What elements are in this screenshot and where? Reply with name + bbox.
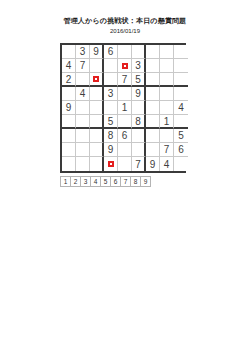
cell-r9c7[interactable]: 9 [146,157,160,171]
cell-r3c7[interactable] [146,73,160,87]
cell-r6c9[interactable] [174,115,188,129]
cell-r9c4[interactable] [104,157,118,171]
cell-r8c8[interactable]: 7 [160,143,174,157]
cell-r7c7[interactable] [146,129,160,143]
cell-r4c5[interactable] [118,87,132,101]
cell-r3c4[interactable] [104,73,118,87]
cell-r4c2[interactable]: 4 [76,87,90,101]
highlight-box [122,63,128,69]
cell-r9c2[interactable] [76,157,90,171]
cell-r2c8[interactable] [160,59,174,73]
cell-r3c2[interactable] [76,73,90,87]
cell-r5c5[interactable]: 1 [118,101,132,115]
cell-r8c7[interactable] [146,143,160,157]
cell-r6c1[interactable] [62,115,76,129]
cell-r6c5[interactable] [118,115,132,129]
page-title: 管理人からの挑戦状：本日の懸賞問題 [0,0,250,25]
cell-r1c4[interactable]: 6 [104,45,118,59]
cell-r6c6[interactable]: 8 [132,115,146,129]
cell-r3c9[interactable] [174,73,188,87]
sudoku-page: 管理人からの挑戦状：本日の懸賞問題 2016/01/19 39647327543… [0,0,250,353]
cell-r8c9[interactable]: 6 [174,143,188,157]
cell-r6c8[interactable]: 1 [160,115,174,129]
cell-r6c7[interactable] [146,115,160,129]
board-area: 396473275439914581865976794 123456789 [60,43,190,187]
cell-r8c3[interactable] [90,143,104,157]
cell-r4c1[interactable] [62,87,76,101]
cell-r1c3[interactable]: 9 [90,45,104,59]
cell-r2c1[interactable]: 4 [62,59,76,73]
cell-r4c6[interactable]: 9 [132,87,146,101]
cell-r1c9[interactable] [174,45,188,59]
puzzle-date: 2016/01/19 [0,27,250,35]
cell-r7c6[interactable] [132,129,146,143]
cell-r6c2[interactable] [76,115,90,129]
cell-r2c6[interactable]: 3 [132,59,146,73]
cell-r6c4[interactable]: 5 [104,115,118,129]
highlight-box [108,161,114,167]
cell-r8c1[interactable] [62,143,76,157]
cell-r7c9[interactable]: 5 [174,129,188,143]
digit-button-9[interactable]: 9 [140,176,151,187]
cell-r2c4[interactable] [104,59,118,73]
digit-strip: 123456789 [60,176,190,187]
cell-r7c1[interactable] [62,129,76,143]
cell-r2c7[interactable] [146,59,160,73]
cell-r3c5[interactable]: 7 [118,73,132,87]
cell-r1c8[interactable] [160,45,174,59]
cell-r9c9[interactable] [174,157,188,171]
cell-r4c9[interactable] [174,87,188,101]
cell-r3c1[interactable]: 2 [62,73,76,87]
cell-r9c3[interactable] [90,157,104,171]
cell-r7c3[interactable] [90,129,104,143]
cell-r9c5[interactable] [118,157,132,171]
cell-r5c6[interactable] [132,101,146,115]
cell-r1c2[interactable]: 3 [76,45,90,59]
cell-r8c6[interactable] [132,143,146,157]
cell-r3c6[interactable]: 5 [132,73,146,87]
cell-r4c8[interactable] [160,87,174,101]
cell-r5c7[interactable] [146,101,160,115]
cell-r5c2[interactable] [76,101,90,115]
cell-r7c8[interactable] [160,129,174,143]
cell-r2c9[interactable] [174,59,188,73]
cell-r4c7[interactable] [146,87,160,101]
highlight-box [93,76,99,82]
cell-r4c4[interactable]: 3 [104,87,118,101]
cell-r5c8[interactable] [160,101,174,115]
cell-r5c3[interactable] [90,101,104,115]
cell-r8c2[interactable] [76,143,90,157]
cell-r7c4[interactable]: 8 [104,129,118,143]
cell-r4c3[interactable] [90,87,104,101]
cell-r5c4[interactable] [104,101,118,115]
cell-r7c5[interactable]: 6 [118,129,132,143]
cell-r3c8[interactable] [160,73,174,87]
cell-r1c7[interactable] [146,45,160,59]
cell-r1c6[interactable] [132,45,146,59]
cell-r1c1[interactable] [62,45,76,59]
cell-r9c1[interactable] [62,157,76,171]
cell-r2c2[interactable]: 7 [76,59,90,73]
cell-r3c3[interactable] [90,73,104,87]
cell-r7c2[interactable] [76,129,90,143]
cell-r5c1[interactable]: 9 [62,101,76,115]
cell-r1c5[interactable] [118,45,132,59]
cell-r5c9[interactable]: 4 [174,101,188,115]
cell-r8c5[interactable] [118,143,132,157]
sudoku-board: 396473275439914581865976794 [60,43,186,173]
cell-r2c5[interactable] [118,59,132,73]
cell-r9c8[interactable]: 4 [160,157,174,171]
cell-r8c4[interactable]: 9 [104,143,118,157]
cell-r9c6[interactable]: 7 [132,157,146,171]
cell-r6c3[interactable] [90,115,104,129]
cell-r2c3[interactable] [90,59,104,73]
